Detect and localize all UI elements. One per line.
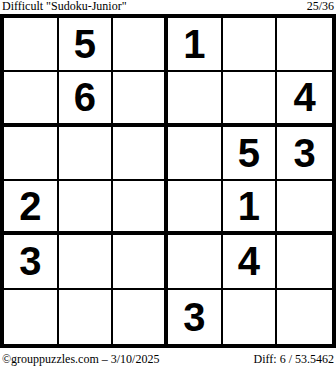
header: Difficult "Sudoku-Junior" 25/36 (0, 0, 336, 14)
cell-r5c4[interactable] (168, 235, 223, 289)
cell-r2c1[interactable] (4, 72, 59, 126)
cell-r1c2[interactable]: 5 (59, 18, 114, 72)
cell-r1c6[interactable] (277, 18, 332, 72)
cell-r4c6[interactable] (277, 181, 332, 235)
puzzle-page: Difficult "Sudoku-Junior" 25/36 51645321… (0, 0, 336, 370)
cell-r1c3[interactable] (113, 18, 168, 72)
clue-counter: 25/36 (307, 0, 334, 13)
cell-r6c3[interactable] (113, 290, 168, 344)
cell-r2c4[interactable] (168, 72, 223, 126)
cell-r5c1[interactable]: 3 (4, 235, 59, 289)
cell-r6c6[interactable] (277, 290, 332, 344)
sudoku-board: 51645321343 (0, 14, 336, 348)
footer: ©grouppuzzles.com – 3/10/2025 Diff: 6 / … (0, 348, 336, 370)
cell-r2c6[interactable]: 4 (277, 72, 332, 126)
cell-r3c5[interactable]: 5 (223, 127, 278, 181)
cell-r4c1[interactable]: 2 (4, 181, 59, 235)
cell-r5c2[interactable] (59, 235, 114, 289)
cell-r6c5[interactable] (223, 290, 278, 344)
cell-r5c3[interactable] (113, 235, 168, 289)
cell-r4c2[interactable] (59, 181, 114, 235)
cell-r3c4[interactable] (168, 127, 223, 181)
cell-r4c3[interactable] (113, 181, 168, 235)
difficulty-text: Diff: 6 / 53.5462 (254, 353, 334, 366)
cell-r2c2[interactable]: 6 (59, 72, 114, 126)
cell-r3c2[interactable] (59, 127, 114, 181)
cell-r4c4[interactable] (168, 181, 223, 235)
cell-r3c6[interactable]: 3 (277, 127, 332, 181)
cell-r2c3[interactable] (113, 72, 168, 126)
cell-r6c4[interactable]: 3 (168, 290, 223, 344)
cell-r6c2[interactable] (59, 290, 114, 344)
cell-r2c5[interactable] (223, 72, 278, 126)
cell-r3c1[interactable] (4, 127, 59, 181)
cell-r1c1[interactable] (4, 18, 59, 72)
puzzle-title: Difficult "Sudoku-Junior" (2, 0, 127, 13)
cell-r4c5[interactable]: 1 (223, 181, 278, 235)
cell-r3c3[interactable] (113, 127, 168, 181)
copyright-text: ©grouppuzzles.com – 3/10/2025 (2, 353, 159, 366)
cell-r1c4[interactable]: 1 (168, 18, 223, 72)
cell-r5c5[interactable]: 4 (223, 235, 278, 289)
cell-r5c6[interactable] (277, 235, 332, 289)
cell-r6c1[interactable] (4, 290, 59, 344)
cell-r1c5[interactable] (223, 18, 278, 72)
